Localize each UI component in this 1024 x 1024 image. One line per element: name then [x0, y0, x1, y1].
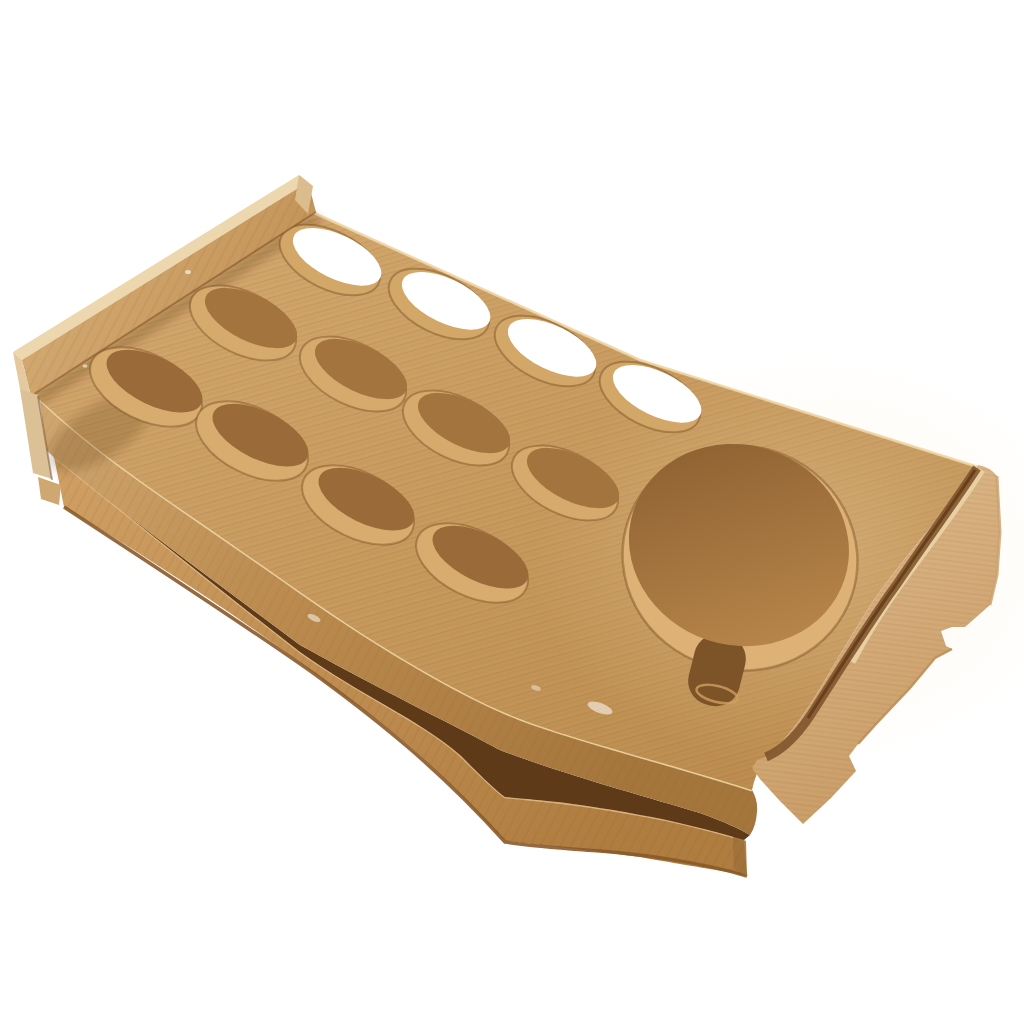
bamboo-rack-illustration [0, 0, 1024, 1024]
product-photo [0, 0, 1024, 1024]
